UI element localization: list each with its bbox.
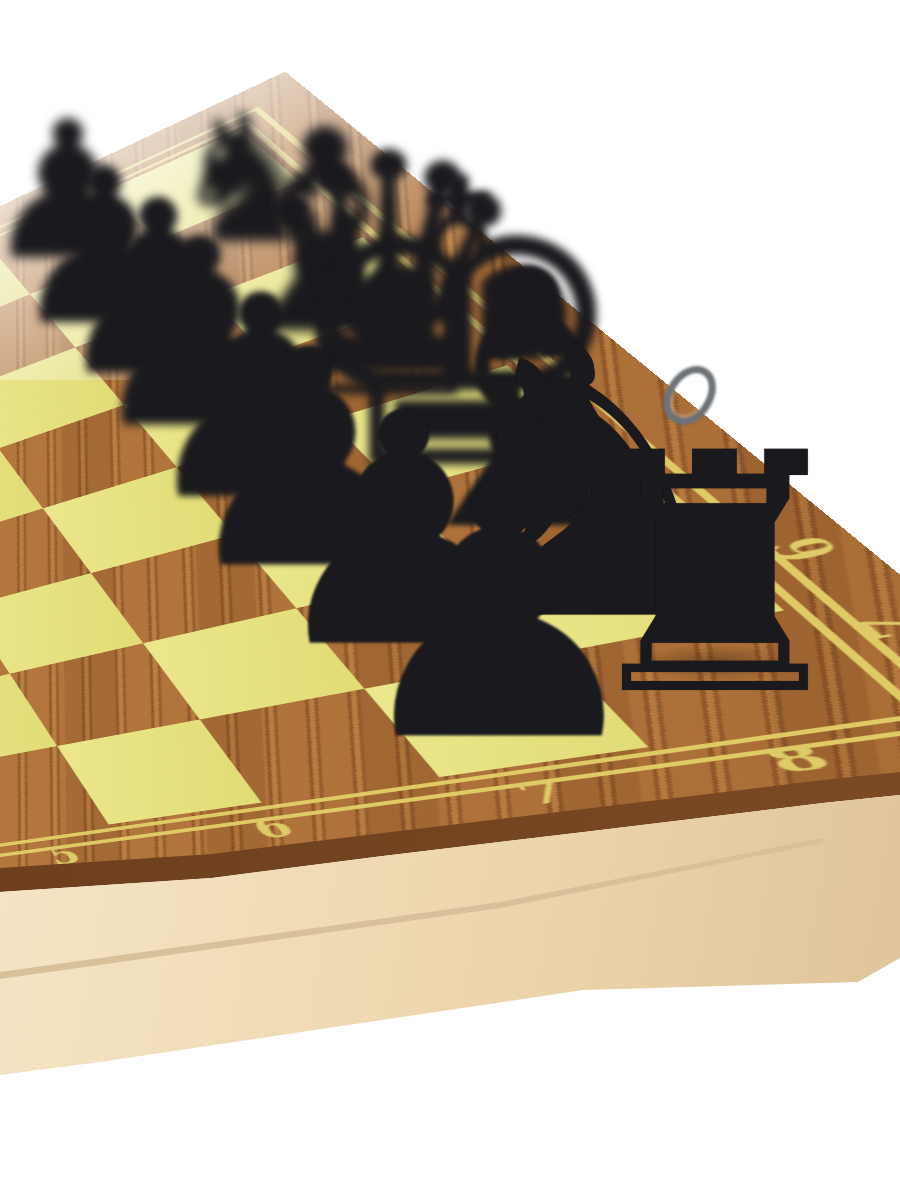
piece-black-pawn-h7: ♟ [342,439,656,789]
photo-stage: 5 6 7 8 6 7 ♟ ♟ ♟ ♟ ♞ ♝ ♛ ♟ ♚ ♟ ♝ ♟ ♞ ♟ … [0,0,900,1200]
